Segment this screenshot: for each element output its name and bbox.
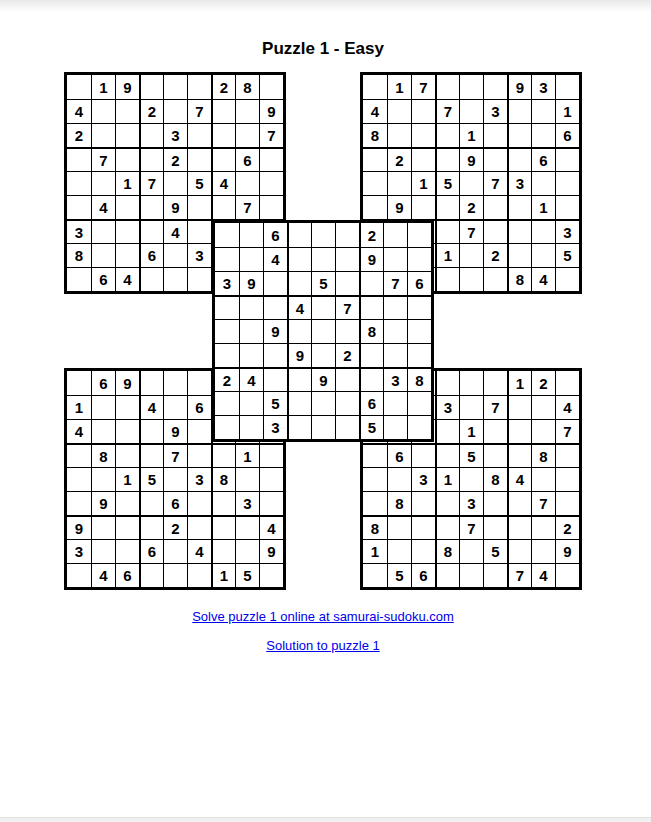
cell-center-r6c3 [263, 343, 287, 367]
cell-bottom-right-r1c7: 1 [507, 371, 531, 395]
cell-center-r4c4: 4 [287, 295, 311, 319]
cell-top-right-r8c6: 2 [483, 243, 507, 267]
cell-bottom-left-r8c1: 3 [67, 539, 91, 563]
cell-top-left-r1c5 [163, 75, 187, 99]
cell-top-right-r5c6: 7 [483, 171, 507, 195]
cell-bottom-right-r6c9 [555, 491, 579, 515]
cell-bottom-left-r6c7 [211, 491, 235, 515]
cell-center-r3c8: 7 [383, 271, 407, 295]
cell-top-right-r9c6 [483, 267, 507, 291]
cell-top-left-r7c5: 4 [163, 219, 187, 243]
cell-top-left-r4c1 [67, 147, 91, 171]
cell-bottom-right-r4c1 [363, 443, 387, 467]
cell-bottom-right-r7c2 [387, 515, 411, 539]
cell-bottom-left-r4c1 [67, 443, 91, 467]
cell-top-right-r1c6 [483, 75, 507, 99]
cell-bottom-left-r5c9 [259, 467, 283, 491]
cell-bottom-left-r7c5: 2 [163, 515, 187, 539]
cell-bottom-left-r8c7 [211, 539, 235, 563]
cell-top-right-r4c9 [555, 147, 579, 171]
cell-bottom-right-r7c8 [531, 515, 555, 539]
cell-center-r6c1 [215, 343, 239, 367]
cell-top-left-r5c8 [235, 171, 259, 195]
cell-bottom-left-r8c8 [235, 539, 259, 563]
cell-top-left-r6c2: 4 [91, 195, 115, 219]
solve-online-link-row: Solve puzzle 1 online at samurai-sudoku.… [64, 609, 582, 624]
cell-bottom-left-r4c6 [187, 443, 211, 467]
cell-bottom-right-r1c4 [435, 371, 459, 395]
cell-bottom-right-r7c6 [483, 515, 507, 539]
cell-center-r7c6 [335, 367, 359, 391]
cell-bottom-left-r1c5 [163, 371, 187, 395]
cell-top-right-r1c3: 7 [411, 75, 435, 99]
cell-bottom-right-r6c4 [435, 491, 459, 515]
cell-top-left-r5c6: 5 [187, 171, 211, 195]
cell-top-right-r1c9 [555, 75, 579, 99]
cell-bottom-left-r5c1 [67, 467, 91, 491]
cell-top-right-r7c4 [435, 219, 459, 243]
cell-center-r8c7: 6 [359, 391, 383, 415]
cell-top-right-r8c4: 1 [435, 243, 459, 267]
cell-bottom-right-r4c5: 5 [459, 443, 483, 467]
cell-bottom-left-r4c9 [259, 443, 283, 467]
cell-bottom-left-r3c6 [187, 419, 211, 443]
cell-top-left-r7c6 [187, 219, 211, 243]
cell-center-r9c1 [215, 415, 239, 439]
cell-bottom-right-r3c4 [435, 419, 459, 443]
cell-top-right-r6c4 [435, 195, 459, 219]
cell-bottom-right-r8c4: 8 [435, 539, 459, 563]
cell-bottom-left-r3c1: 4 [67, 419, 91, 443]
cell-center-r3c7 [359, 271, 383, 295]
cell-bottom-right-r2c4: 3 [435, 395, 459, 419]
cell-top-left-r2c5 [163, 99, 187, 123]
cell-top-right-r4c2: 2 [387, 147, 411, 171]
cell-bottom-right-r9c6 [483, 563, 507, 587]
cell-center-r3c1: 3 [215, 271, 239, 295]
cell-center-r9c2 [239, 415, 263, 439]
cell-top-left-r3c8 [235, 123, 259, 147]
cell-bottom-right-r9c7: 7 [507, 563, 531, 587]
cell-top-left-r9c6 [187, 267, 211, 291]
cell-center-r1c2 [239, 223, 263, 247]
cell-bottom-left-r5c5 [163, 467, 187, 491]
cell-center-r6c7 [359, 343, 383, 367]
cell-center-r1c1 [215, 223, 239, 247]
cell-top-right-r7c5: 7 [459, 219, 483, 243]
cell-center-r6c2 [239, 343, 263, 367]
cell-top-right-r9c7: 8 [507, 267, 531, 291]
cell-bottom-right-r3c6 [483, 419, 507, 443]
cell-top-right-r3c1: 8 [363, 123, 387, 147]
cell-top-left-r5c3: 1 [115, 171, 139, 195]
cell-top-left-r4c2: 7 [91, 147, 115, 171]
cell-center-r1c3: 6 [263, 223, 287, 247]
cell-bottom-left-r9c2: 4 [91, 563, 115, 587]
cell-bottom-left-r9c6 [187, 563, 211, 587]
cell-top-right-r2c5 [459, 99, 483, 123]
cell-bottom-right-r6c8: 7 [531, 491, 555, 515]
cell-top-left-r6c9 [259, 195, 283, 219]
cell-bottom-left-r2c4: 4 [139, 395, 163, 419]
cell-top-right-r4c8: 6 [531, 147, 555, 171]
cell-bottom-right-r3c9: 7 [555, 419, 579, 443]
cell-top-left-r8c4: 6 [139, 243, 163, 267]
cell-center-r7c1: 2 [215, 367, 239, 391]
cell-top-left-r3c9: 7 [259, 123, 283, 147]
cell-top-right-r3c9: 6 [555, 123, 579, 147]
cell-top-left-r3c5: 3 [163, 123, 187, 147]
cell-top-right-r2c1: 4 [363, 99, 387, 123]
cell-top-left-r1c6 [187, 75, 211, 99]
cell-top-right-r9c5 [459, 267, 483, 291]
cell-center-r4c3 [263, 295, 287, 319]
cell-bottom-right-r5c5 [459, 467, 483, 491]
cell-center-r9c7: 5 [359, 415, 383, 439]
cell-center-r2c8 [383, 247, 407, 271]
cell-top-left-r5c2 [91, 171, 115, 195]
cell-bottom-left-r7c9: 4 [259, 515, 283, 539]
cell-center-r4c2 [239, 295, 263, 319]
cell-top-left-r1c2: 1 [91, 75, 115, 99]
cell-bottom-right-r2c6: 7 [483, 395, 507, 419]
cell-top-left-r5c7: 4 [211, 171, 235, 195]
cell-bottom-right-r5c4: 1 [435, 467, 459, 491]
cell-bottom-right-r5c9 [555, 467, 579, 491]
cell-center-r5c5 [311, 319, 335, 343]
cell-center-r1c7: 2 [359, 223, 383, 247]
cell-bottom-right-r4c2: 6 [387, 443, 411, 467]
cell-top-left-r3c7 [211, 123, 235, 147]
cell-top-right-r1c1 [363, 75, 387, 99]
cell-bottom-right-r1c6 [483, 371, 507, 395]
cell-top-right-r9c9 [555, 267, 579, 291]
cell-center-r5c4 [287, 319, 311, 343]
cell-bottom-left-r1c3: 9 [115, 371, 139, 395]
cell-bottom-right-r6c2: 8 [387, 491, 411, 515]
cell-top-left-r8c2 [91, 243, 115, 267]
cell-top-left-r8c3 [115, 243, 139, 267]
cell-center-r1c4 [287, 223, 311, 247]
cell-bottom-right-r4c9 [555, 443, 579, 467]
samurai-board: 19284279237726175449734686346439 1793473… [64, 72, 582, 590]
cell-top-right-r6c6 [483, 195, 507, 219]
cell-top-right-r3c3 [411, 123, 435, 147]
cell-bottom-right-r4c4 [435, 443, 459, 467]
cell-bottom-right-r9c9 [555, 563, 579, 587]
cell-top-right-r2c7 [507, 99, 531, 123]
cell-center-r9c9 [407, 415, 431, 439]
cell-center-r2c4 [287, 247, 311, 271]
cell-top-right-r6c1 [363, 195, 387, 219]
cell-top-right-r6c5: 2 [459, 195, 483, 219]
cell-bottom-right-r6c5: 3 [459, 491, 483, 515]
cell-bottom-left-r3c4 [139, 419, 163, 443]
cell-bottom-left-r8c4: 6 [139, 539, 163, 563]
cell-top-right-r5c8 [531, 171, 555, 195]
cell-center-r9c8 [383, 415, 407, 439]
cell-top-left-r2c2 [91, 99, 115, 123]
cell-top-left-r7c2 [91, 219, 115, 243]
cell-bottom-right-r8c7 [507, 539, 531, 563]
cell-bottom-right-r8c1: 1 [363, 539, 387, 563]
cell-center-r6c8 [383, 343, 407, 367]
cell-center-r9c4 [287, 415, 311, 439]
cell-center-r8c1 [215, 391, 239, 415]
cell-center-r4c5 [311, 295, 335, 319]
cell-bottom-right-r9c1 [363, 563, 387, 587]
cell-top-left-r4c4 [139, 147, 163, 171]
cell-top-right-r3c8 [531, 123, 555, 147]
cell-top-left-r9c5 [163, 267, 187, 291]
cell-top-right-r9c8: 4 [531, 267, 555, 291]
cell-center-r7c8: 3 [383, 367, 407, 391]
cell-top-right-r1c5 [459, 75, 483, 99]
cell-top-right-r7c9: 3 [555, 219, 579, 243]
cell-center-r1c8 [383, 223, 407, 247]
cell-bottom-left-r1c2: 6 [91, 371, 115, 395]
cell-bottom-left-r9c3: 6 [115, 563, 139, 587]
cell-bottom-left-r4c7 [211, 443, 235, 467]
cell-center-r6c6: 2 [335, 343, 359, 367]
cell-top-left-r2c8 [235, 99, 259, 123]
cell-bottom-left-r2c5 [163, 395, 187, 419]
cell-top-right-r6c2: 9 [387, 195, 411, 219]
cell-top-left-r7c3 [115, 219, 139, 243]
cell-top-right-r3c6 [483, 123, 507, 147]
cell-bottom-right-r1c5 [459, 371, 483, 395]
cell-top-left-r3c4 [139, 123, 163, 147]
cell-bottom-right-r2c5 [459, 395, 483, 419]
cell-top-left-r4c8: 6 [235, 147, 259, 171]
cell-bottom-left-r3c2 [91, 419, 115, 443]
cell-bottom-left-r7c2 [91, 515, 115, 539]
cell-bottom-left-r2c1: 1 [67, 395, 91, 419]
cell-top-left-r6c4 [139, 195, 163, 219]
cell-center-r3c5: 5 [311, 271, 335, 295]
cell-bottom-left-r8c9: 9 [259, 539, 283, 563]
cell-top-right-r5c1 [363, 171, 387, 195]
cell-bottom-right-r4c7 [507, 443, 531, 467]
cell-top-left-r9c1 [67, 267, 91, 291]
cell-bottom-left-r4c2: 8 [91, 443, 115, 467]
cell-bottom-left-r7c6 [187, 515, 211, 539]
cell-bottom-right-r5c2 [387, 467, 411, 491]
cell-bottom-right-r9c2: 5 [387, 563, 411, 587]
cell-top-left-r2c9: 9 [259, 99, 283, 123]
cell-center-r8c9 [407, 391, 431, 415]
cell-bottom-right-r5c1 [363, 467, 387, 491]
cell-top-left-r6c8: 7 [235, 195, 259, 219]
cell-bottom-right-r8c5 [459, 539, 483, 563]
cell-top-right-r7c8 [531, 219, 555, 243]
sudoku-grid-center: 624939576479892249385635 [212, 220, 434, 442]
cell-top-left-r9c4 [139, 267, 163, 291]
cell-top-left-r2c6: 7 [187, 99, 211, 123]
page-bottom-edge [0, 817, 651, 822]
cell-bottom-left-r8c5 [163, 539, 187, 563]
cell-center-r4c7 [359, 295, 383, 319]
cell-center-r8c8 [383, 391, 407, 415]
cell-bottom-left-r7c4 [139, 515, 163, 539]
cell-top-left-r1c3: 9 [115, 75, 139, 99]
cell-bottom-right-r5c8 [531, 467, 555, 491]
cell-bottom-left-r1c4 [139, 371, 163, 395]
puzzle-title: Puzzle 1 - Easy [64, 39, 582, 59]
cell-bottom-left-r3c3 [115, 419, 139, 443]
cell-bottom-left-r5c3: 1 [115, 467, 139, 491]
cell-bottom-right-r3c7 [507, 419, 531, 443]
cell-top-right-r2c6: 3 [483, 99, 507, 123]
cell-bottom-right-r8c3 [411, 539, 435, 563]
cell-bottom-left-r4c5: 7 [163, 443, 187, 467]
cell-center-r3c3 [263, 271, 287, 295]
cell-top-left-r4c7 [211, 147, 235, 171]
cell-bottom-left-r8c6: 4 [187, 539, 211, 563]
cell-top-left-r6c7 [211, 195, 235, 219]
cell-bottom-right-r2c7 [507, 395, 531, 419]
cell-center-r5c2 [239, 319, 263, 343]
cell-bottom-left-r7c8 [235, 515, 259, 539]
cell-bottom-right-r7c7 [507, 515, 531, 539]
cell-center-r2c5 [311, 247, 335, 271]
cell-top-right-r5c9 [555, 171, 579, 195]
cell-top-right-r8c7 [507, 243, 531, 267]
cell-top-left-r6c3 [115, 195, 139, 219]
cell-bottom-left-r7c1: 9 [67, 515, 91, 539]
cell-center-r7c5: 9 [311, 367, 335, 391]
cell-bottom-left-r2c3 [115, 395, 139, 419]
cell-bottom-right-r9c3: 6 [411, 563, 435, 587]
cell-top-right-r8c9: 5 [555, 243, 579, 267]
cell-center-r1c6 [335, 223, 359, 247]
cell-bottom-left-r5c2 [91, 467, 115, 491]
cell-top-right-r3c5: 1 [459, 123, 483, 147]
cell-top-right-r3c4 [435, 123, 459, 147]
cell-bottom-left-r9c4 [139, 563, 163, 587]
cell-top-left-r9c3: 4 [115, 267, 139, 291]
cell-top-right-r3c2 [387, 123, 411, 147]
cell-bottom-right-r6c1 [363, 491, 387, 515]
cell-top-left-r7c1: 3 [67, 219, 91, 243]
cell-top-left-r9c2: 6 [91, 267, 115, 291]
cell-bottom-left-r4c3 [115, 443, 139, 467]
cell-bottom-right-r1c8: 2 [531, 371, 555, 395]
cell-top-right-r7c7 [507, 219, 531, 243]
cell-top-left-r1c9 [259, 75, 283, 99]
cell-center-r6c5 [311, 343, 335, 367]
cell-bottom-left-r9c9 [259, 563, 283, 587]
cell-bottom-right-r7c9: 2 [555, 515, 579, 539]
cell-bottom-right-r9c4 [435, 563, 459, 587]
cell-bottom-left-r4c4 [139, 443, 163, 467]
cell-center-r5c9 [407, 319, 431, 343]
cell-center-r6c4: 9 [287, 343, 311, 367]
cell-top-right-r1c4 [435, 75, 459, 99]
cell-bottom-left-r8c2 [91, 539, 115, 563]
cell-top-left-r5c4: 7 [139, 171, 163, 195]
cell-top-left-r1c8: 8 [235, 75, 259, 99]
cell-top-right-r2c4: 7 [435, 99, 459, 123]
cell-bottom-right-r9c5 [459, 563, 483, 587]
cell-top-left-r2c7 [211, 99, 235, 123]
cell-center-r9c6 [335, 415, 359, 439]
cell-top-right-r6c9 [555, 195, 579, 219]
cell-bottom-left-r7c7 [211, 515, 235, 539]
cell-center-r7c4 [287, 367, 311, 391]
cell-center-r3c2: 9 [239, 271, 263, 295]
solve-online-link[interactable]: Solve puzzle 1 online at samurai-sudoku.… [192, 609, 454, 624]
cell-bottom-right-r3c5: 1 [459, 419, 483, 443]
cell-center-r7c9: 8 [407, 367, 431, 391]
cell-center-r9c3: 3 [263, 415, 287, 439]
cell-top-right-r7c6 [483, 219, 507, 243]
cell-top-left-r8c1: 8 [67, 243, 91, 267]
cell-bottom-right-r3c8 [531, 419, 555, 443]
cell-center-r4c6: 7 [335, 295, 359, 319]
page-top-edge [0, 0, 651, 12]
cell-bottom-right-r7c1: 8 [363, 515, 387, 539]
cell-center-r3c6 [335, 271, 359, 295]
cell-top-left-r1c4 [139, 75, 163, 99]
cell-bottom-right-r8c8 [531, 539, 555, 563]
cell-center-r8c3: 5 [263, 391, 287, 415]
cell-center-r7c7 [359, 367, 383, 391]
cell-top-right-r2c3 [411, 99, 435, 123]
cell-bottom-left-r1c6 [187, 371, 211, 395]
cell-center-r5c6 [335, 319, 359, 343]
cell-bottom-left-r3c5: 9 [163, 419, 187, 443]
cell-top-right-r4c6 [483, 147, 507, 171]
cell-top-right-r2c8 [531, 99, 555, 123]
cell-center-r3c9: 6 [407, 271, 431, 295]
cell-bottom-left-r7c3 [115, 515, 139, 539]
cell-bottom-left-r6c9 [259, 491, 283, 515]
cell-top-left-r1c1 [67, 75, 91, 99]
cell-center-r2c3: 4 [263, 247, 287, 271]
cell-bottom-left-r9c5 [163, 563, 187, 587]
cell-center-r4c8 [383, 295, 407, 319]
cell-top-right-r6c8: 1 [531, 195, 555, 219]
cell-top-left-r6c5: 9 [163, 195, 187, 219]
cell-top-right-r2c9: 1 [555, 99, 579, 123]
cell-bottom-right-r4c3 [411, 443, 435, 467]
cell-bottom-left-r6c1 [67, 491, 91, 515]
cell-center-r2c2 [239, 247, 263, 271]
cell-top-left-r6c6 [187, 195, 211, 219]
cell-bottom-left-r1c1 [67, 371, 91, 395]
cell-bottom-right-r8c9: 9 [555, 539, 579, 563]
cell-center-r5c7: 8 [359, 319, 383, 343]
cell-bottom-right-r8c2 [387, 539, 411, 563]
cell-bottom-right-r6c6 [483, 491, 507, 515]
cell-top-left-r5c1 [67, 171, 91, 195]
cell-top-right-r5c2 [387, 171, 411, 195]
cell-bottom-right-r6c3 [411, 491, 435, 515]
cell-bottom-right-r6c7 [507, 491, 531, 515]
cell-bottom-left-r9c1 [67, 563, 91, 587]
cell-top-right-r5c5 [459, 171, 483, 195]
cell-top-left-r5c5 [163, 171, 187, 195]
cell-top-left-r6c1 [67, 195, 91, 219]
solution-link-row: Solution to puzzle 1 [64, 638, 582, 653]
cell-center-r8c6 [335, 391, 359, 415]
cell-center-r9c5 [311, 415, 335, 439]
cell-top-right-r3c7 [507, 123, 531, 147]
cell-top-right-r1c2: 1 [387, 75, 411, 99]
solution-link[interactable]: Solution to puzzle 1 [266, 638, 379, 653]
cell-top-right-r2c2 [387, 99, 411, 123]
